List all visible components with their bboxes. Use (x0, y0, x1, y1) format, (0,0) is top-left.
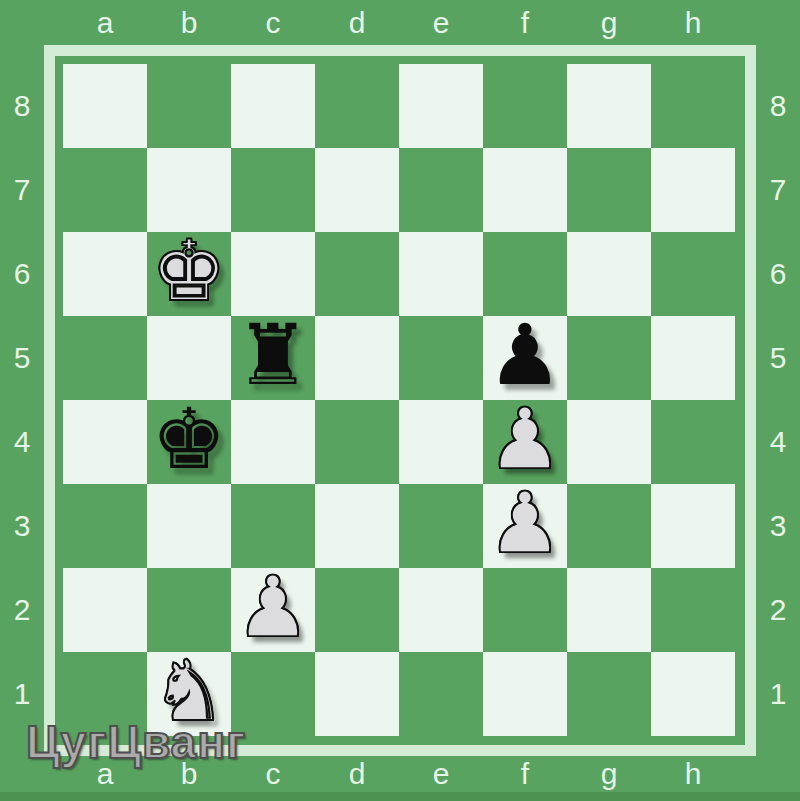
square-a4 (63, 400, 147, 484)
square-f4: ♟ (483, 400, 567, 484)
file-label-g-top: g (567, 0, 651, 45)
square-f3: ♟ (483, 484, 567, 568)
rank-labels-right: 87654321 (756, 64, 800, 736)
square-h4 (651, 400, 735, 484)
square-b6: ♚ (147, 232, 231, 316)
rank-label-3-left: 3 (0, 484, 44, 568)
square-g8 (567, 64, 651, 148)
square-h7 (651, 148, 735, 232)
square-g7 (567, 148, 651, 232)
square-c5: ♜ (231, 316, 315, 400)
chess-diagram: abcdefgh abcdefgh 87654321 87654321 ♚♜♟♚… (0, 0, 800, 801)
rank-label-2-left: 2 (0, 568, 44, 652)
file-label-d-top: d (315, 0, 399, 45)
square-g3 (567, 484, 651, 568)
file-label-f-top: f (483, 0, 567, 45)
rank-label-7-left: 7 (0, 148, 44, 232)
square-e4 (399, 400, 483, 484)
square-f7 (483, 148, 567, 232)
rank-label-7-right: 7 (756, 148, 800, 232)
file-label-e-bottom: e (399, 756, 483, 792)
square-e7 (399, 148, 483, 232)
rank-label-2-right: 2 (756, 568, 800, 652)
rank-labels-left: 87654321 (0, 64, 44, 736)
square-a8 (63, 64, 147, 148)
rank-label-1-right: 1 (756, 652, 800, 736)
square-h1 (651, 652, 735, 736)
piece-black-pawn: ♟ (487, 313, 562, 397)
square-e1 (399, 652, 483, 736)
square-b5 (147, 316, 231, 400)
square-f5: ♟ (483, 316, 567, 400)
square-c7 (231, 148, 315, 232)
square-d7 (315, 148, 399, 232)
file-label-b-top: b (147, 0, 231, 45)
file-labels-top: abcdefgh (63, 0, 735, 45)
piece-white-king: ♚ (151, 229, 226, 313)
square-g4 (567, 400, 651, 484)
piece-white-pawn: ♟ (487, 481, 562, 565)
rank-label-6-left: 6 (0, 232, 44, 316)
file-label-h-top: h (651, 0, 735, 45)
square-h3 (651, 484, 735, 568)
square-e3 (399, 484, 483, 568)
square-h5 (651, 316, 735, 400)
square-f6 (483, 232, 567, 316)
square-d5 (315, 316, 399, 400)
file-label-e-top: e (399, 0, 483, 45)
piece-white-pawn: ♟ (487, 397, 562, 481)
square-h2 (651, 568, 735, 652)
square-a7 (63, 148, 147, 232)
watermark-text: ЦугЦванг (26, 715, 246, 769)
square-d2 (315, 568, 399, 652)
square-g2 (567, 568, 651, 652)
rank-label-5-left: 5 (0, 316, 44, 400)
square-a2 (63, 568, 147, 652)
square-c4 (231, 400, 315, 484)
square-d4 (315, 400, 399, 484)
file-label-d-bottom: d (315, 756, 399, 792)
rank-label-6-right: 6 (756, 232, 800, 316)
square-a6 (63, 232, 147, 316)
square-b3 (147, 484, 231, 568)
rank-label-8-right: 8 (756, 64, 800, 148)
square-f2 (483, 568, 567, 652)
file-label-g-bottom: g (567, 756, 651, 792)
square-b4: ♚ (147, 400, 231, 484)
square-c3 (231, 484, 315, 568)
piece-black-king: ♚ (151, 397, 226, 481)
square-b7 (147, 148, 231, 232)
square-a3 (63, 484, 147, 568)
square-f1 (483, 652, 567, 736)
piece-white-pawn: ♟ (235, 565, 310, 649)
square-e2 (399, 568, 483, 652)
square-b2 (147, 568, 231, 652)
file-label-f-bottom: f (483, 756, 567, 792)
rank-label-5-right: 5 (756, 316, 800, 400)
square-d3 (315, 484, 399, 568)
file-label-h-bottom: h (651, 756, 735, 792)
square-h8 (651, 64, 735, 148)
square-g5 (567, 316, 651, 400)
chess-board: ♚♜♟♚♟♟♟♞ (63, 64, 735, 736)
square-b8 (147, 64, 231, 148)
square-e6 (399, 232, 483, 316)
rank-label-4-right: 4 (756, 400, 800, 484)
square-c6 (231, 232, 315, 316)
bottom-edge-strip (0, 792, 800, 801)
square-c2: ♟ (231, 568, 315, 652)
piece-black-rook: ♜ (235, 313, 310, 397)
square-d1 (315, 652, 399, 736)
square-g6 (567, 232, 651, 316)
square-d8 (315, 64, 399, 148)
square-h6 (651, 232, 735, 316)
rank-label-4-left: 4 (0, 400, 44, 484)
square-c8 (231, 64, 315, 148)
square-e5 (399, 316, 483, 400)
square-f8 (483, 64, 567, 148)
file-label-c-top: c (231, 0, 315, 45)
square-e8 (399, 64, 483, 148)
file-label-a-top: a (63, 0, 147, 45)
square-a5 (63, 316, 147, 400)
square-d6 (315, 232, 399, 316)
rank-label-8-left: 8 (0, 64, 44, 148)
rank-label-3-right: 3 (756, 484, 800, 568)
square-g1 (567, 652, 651, 736)
